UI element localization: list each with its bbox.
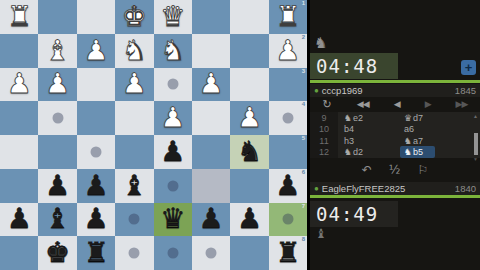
square-d1[interactable]: ♛ (154, 0, 192, 34)
game-actions-row: ↶½⚐ (310, 160, 480, 180)
white-pawn-f2[interactable]: ♟ (83, 37, 108, 65)
white-pawn-d4[interactable]: ♟ (160, 104, 185, 132)
white-pawn-c3[interactable]: ♟ (199, 70, 224, 98)
white-knight-d2[interactable]: ♞ (160, 37, 185, 65)
square-g3[interactable]: ♟ (38, 68, 76, 102)
square-h7[interactable]: ♟ (0, 203, 38, 237)
black-bishop-e6[interactable]: ♝ (122, 172, 147, 200)
white-pawn-b4[interactable]: ♟ (237, 104, 262, 132)
white-move[interactable]: b4 (338, 124, 402, 134)
square-g5[interactable] (38, 135, 76, 169)
square-h2[interactable] (0, 34, 38, 68)
figurine-icon: ♞ (344, 147, 352, 157)
square-c2[interactable] (192, 34, 230, 68)
move-row: 11h3♞a7 (310, 135, 480, 147)
bottom-player-rating: 1840 (455, 183, 476, 194)
square-e1[interactable]: ♚ (115, 0, 153, 34)
nav-flip-button[interactable]: ↻ (323, 99, 332, 110)
move-number: 9 (310, 112, 338, 124)
white-queen-d1[interactable]: ♛ (160, 3, 185, 31)
square-a3[interactable]: 3 (269, 68, 307, 102)
black-rook-f8[interactable]: ♜ (83, 239, 108, 267)
square-b4[interactable]: ♟ (230, 101, 268, 135)
square-f5[interactable] (77, 135, 115, 169)
move-nav-controls: ↻◀◀◀▶▶▶ (310, 97, 480, 112)
rank-coordinate-label: 1 (302, 0, 305, 6)
square-b2[interactable] (230, 34, 268, 68)
square-f2[interactable]: ♟ (77, 34, 115, 68)
white-pawn-a2[interactable]: ♟ (275, 37, 300, 65)
rank-coordinate-label: 8 (302, 236, 305, 242)
square-a7[interactable]: 7 (269, 203, 307, 237)
square-h8[interactable] (0, 236, 38, 270)
square-e5[interactable] (115, 135, 153, 169)
rank-coordinate-label: 7 (302, 203, 305, 209)
rank-coordinate-label: 5 (302, 135, 305, 141)
square-d3[interactable] (154, 68, 192, 102)
bottom-clock-progress-bar (310, 195, 480, 198)
move-list-scrollbar[interactable] (474, 133, 478, 155)
black-rook-a8[interactable]: ♜ (275, 239, 300, 267)
top-player-name: cccp1969 (322, 85, 363, 96)
top-player-clock: 04:48 (310, 53, 398, 79)
square-d6[interactable] (154, 169, 192, 203)
black-pawn-g6[interactable]: ♟ (45, 172, 70, 200)
square-c1[interactable] (192, 0, 230, 34)
rank-coordinate-label: 6 (302, 169, 305, 175)
captured-bishop-icon: ♝ (315, 227, 327, 240)
square-b6[interactable] (230, 169, 268, 203)
rank-coordinate-label: 3 (302, 68, 305, 74)
square-b3[interactable] (230, 68, 268, 102)
square-f3[interactable] (77, 68, 115, 102)
square-h5[interactable] (0, 135, 38, 169)
move-number: 10 (310, 124, 338, 136)
square-f8[interactable]: ♜ (77, 236, 115, 270)
nav-first-button[interactable]: ◀◀ (357, 100, 369, 109)
square-b5[interactable]: ♞ (230, 135, 268, 169)
black-move[interactable]: ♛d7 (402, 113, 480, 123)
white-move[interactable]: h3 (338, 136, 402, 146)
square-c7[interactable]: ♟ (192, 203, 230, 237)
square-a5[interactable]: 5 (269, 135, 307, 169)
give-time-button[interactable]: + (461, 60, 476, 75)
black-pawn-f7[interactable]: ♟ (83, 205, 108, 233)
white-pawn-e3[interactable]: ♟ (122, 70, 147, 98)
square-c6[interactable] (192, 169, 230, 203)
online-status-icon: ● (314, 86, 319, 95)
square-e2[interactable]: ♞ (115, 34, 153, 68)
black-pawn-b7[interactable]: ♟ (237, 205, 262, 233)
white-pawn-g3[interactable]: ♟ (45, 70, 70, 98)
square-d5[interactable]: ♟ (154, 135, 192, 169)
draw-button[interactable]: ½ (389, 164, 401, 176)
figurine-icon: ♛ (404, 113, 412, 123)
square-e3[interactable]: ♟ (115, 68, 153, 102)
square-g1[interactable] (38, 0, 76, 34)
captured-knight-icon: ♞ (314, 36, 327, 51)
move-number: 11 (310, 135, 338, 147)
square-g4[interactable] (38, 101, 76, 135)
bottom-player-row[interactable]: ● EagleFlyFREE2825 1840 (310, 182, 480, 195)
game-side-panel: ♞ 04:48 + ● cccp1969 1845 ↻◀◀◀▶▶▶ 9♞e2♛d… (307, 0, 480, 270)
square-d8[interactable] (154, 236, 192, 270)
black-knight-b5[interactable]: ♞ (237, 138, 262, 166)
black-pawn-h7[interactable]: ♟ (7, 205, 32, 233)
square-a2[interactable]: 2♟ (269, 34, 307, 68)
online-status-icon: ● (314, 184, 319, 193)
square-f7[interactable]: ♟ (77, 203, 115, 237)
takeback-button[interactable]: ↶ (362, 164, 372, 176)
square-a4[interactable]: 4 (269, 101, 307, 135)
resign-button[interactable]: ⚐ (417, 164, 428, 176)
square-f4[interactable] (77, 101, 115, 135)
square-h1[interactable]: ♜ (0, 0, 38, 34)
square-c3[interactable]: ♟ (192, 68, 230, 102)
nav-prev-button[interactable]: ◀ (394, 100, 400, 109)
rank-coordinate-label: 4 (302, 101, 305, 107)
square-g7[interactable]: ♝ (38, 203, 76, 237)
square-d4[interactable]: ♟ (154, 101, 192, 135)
square-e4[interactable] (115, 101, 153, 135)
black-move[interactable]: ♞a7 (402, 136, 480, 146)
black-pawn-d5[interactable]: ♟ (160, 138, 185, 166)
square-d7[interactable]: ♛ (154, 203, 192, 237)
square-e6[interactable]: ♝ (115, 169, 153, 203)
square-a6[interactable]: 6♟ (269, 169, 307, 203)
nav-last-button[interactable]: ▶▶ (456, 100, 468, 109)
top-clock-progress-bar (310, 80, 480, 83)
black-pawn-a6[interactable]: ♟ (275, 172, 300, 200)
top-player-row[interactable]: ● cccp1969 1845 (310, 84, 480, 97)
square-h3[interactable]: ♟ (0, 68, 38, 102)
white-rook-a1[interactable]: ♜ (275, 3, 300, 31)
bottom-player-name: EagleFlyFREE2825 (322, 183, 405, 194)
square-c8[interactable] (192, 236, 230, 270)
square-h4[interactable] (0, 101, 38, 135)
square-b1[interactable] (230, 0, 268, 34)
white-move[interactable]: ♞d2 (338, 147, 402, 157)
chess-board[interactable]: ♜♚♛1♜♝♟♞♞2♟♟♟♟♟3♟♟4♟♞5♟♟♝6♟♟♝♟♛♟♟7♚♜8♜ (0, 0, 307, 270)
black-move[interactable]: a6 (402, 124, 480, 134)
white-bishop-g2[interactable]: ♝ (45, 37, 70, 65)
white-pawn-h3[interactable]: ♟ (7, 70, 32, 98)
white-king-e1[interactable]: ♚ (122, 3, 147, 31)
square-e7[interactable] (115, 203, 153, 237)
move-number: 12 (310, 147, 338, 159)
top-player-rating: 1845 (455, 85, 476, 96)
square-e8[interactable] (115, 236, 153, 270)
black-queen-d7[interactable]: ♛ (160, 205, 185, 233)
move-list[interactable]: 9♞e2♛d710b4a611h3♞a712♞d2♞b5 (310, 112, 480, 158)
black-bishop-g7[interactable]: ♝ (45, 205, 70, 233)
black-king-g8[interactable]: ♚ (45, 239, 70, 267)
square-g6[interactable]: ♟ (38, 169, 76, 203)
rank-coordinate-label: 2 (302, 34, 305, 40)
square-g8[interactable]: ♚ (38, 236, 76, 270)
move-row: 9♞e2♛d7 (310, 112, 480, 124)
square-b7[interactable]: ♟ (230, 203, 268, 237)
scroll-up-icon[interactable]: ▲ (473, 113, 478, 119)
white-knight-e2[interactable]: ♞ (122, 37, 147, 65)
figurine-icon: ♞ (404, 136, 412, 146)
square-a8[interactable]: 8♜ (269, 236, 307, 270)
square-b8[interactable] (230, 236, 268, 270)
black-move[interactable]: ♞b5 (402, 146, 480, 158)
bottom-player-clock: 04:49 (310, 201, 398, 227)
square-h6[interactable] (0, 169, 38, 203)
move-row: 12♞d2♞b5 (310, 147, 480, 159)
square-g2[interactable]: ♝ (38, 34, 76, 68)
figurine-icon: ♞ (344, 113, 352, 123)
square-c4[interactable] (192, 101, 230, 135)
square-f6[interactable]: ♟ (77, 169, 115, 203)
nav-next-button[interactable]: ▶ (425, 100, 431, 109)
white-rook-h1[interactable]: ♜ (7, 3, 32, 31)
move-row: 10b4a6 (310, 124, 480, 136)
white-move[interactable]: ♞e2 (338, 113, 402, 123)
square-f1[interactable] (77, 0, 115, 34)
square-c5[interactable] (192, 135, 230, 169)
black-pawn-f6[interactable]: ♟ (83, 172, 108, 200)
chess-app: ♜♚♛1♜♝♟♞♞2♟♟♟♟♟3♟♟4♟♞5♟♟♝6♟♟♝♟♛♟♟7♚♜8♜ ♞… (0, 0, 480, 270)
figurine-icon: ♞ (404, 147, 412, 157)
black-pawn-c7[interactable]: ♟ (199, 205, 224, 233)
square-d2[interactable]: ♞ (154, 34, 192, 68)
square-a1[interactable]: 1♜ (269, 0, 307, 34)
